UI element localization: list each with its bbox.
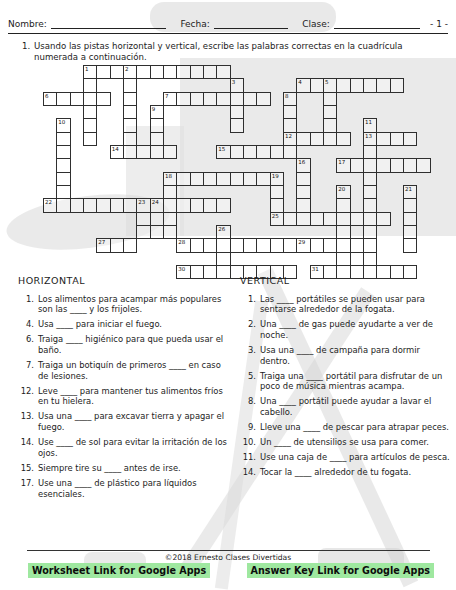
grid-cell[interactable]: 3 <box>230 78 244 92</box>
grid-cell[interactable]: 21 <box>403 185 417 199</box>
grid-cell[interactable]: 9 <box>150 105 164 119</box>
grid-cell[interactable] <box>270 238 284 252</box>
clase-label: Clase: <box>302 19 334 29</box>
grid-cell[interactable] <box>230 118 244 132</box>
grid-cell[interactable] <box>256 92 270 106</box>
grid-cell[interactable] <box>363 225 377 239</box>
grid-cell[interactable] <box>416 158 430 172</box>
clue-text: Use una caja de ____ para artículos de p… <box>260 452 450 463</box>
grid-cell[interactable] <box>363 252 377 266</box>
grid-cell[interactable] <box>163 212 177 226</box>
grid-cell[interactable]: 16 <box>296 158 310 172</box>
clue-number: 6. <box>18 334 38 355</box>
cell-number: 20 <box>338 186 345 192</box>
clue-number: 17. <box>18 478 38 499</box>
clue-item: 14.Use ____ de sol para evitar la irrita… <box>18 437 230 458</box>
grid-cell[interactable] <box>390 132 404 146</box>
worksheet-header: Nombre: Fecha: Clase: - 1 - <box>8 18 448 29</box>
grid-cell[interactable] <box>83 92 97 106</box>
cell-number: 21 <box>405 186 412 192</box>
clue-number: 15. <box>18 463 38 474</box>
grid-cell[interactable] <box>256 172 270 186</box>
grid-cell[interactable] <box>283 145 297 159</box>
nombre-line[interactable] <box>51 18 167 29</box>
grid-cell[interactable] <box>83 132 97 146</box>
grid-cell[interactable] <box>363 212 377 226</box>
clue-text: Usa una ____ de campaña para dormir dent… <box>260 345 450 366</box>
clue-item: 12.Leve ____ para mantener tus alimentos… <box>18 386 230 407</box>
grid-cell[interactable] <box>163 225 177 239</box>
grid-cell[interactable] <box>123 145 137 159</box>
clue-text: Traiga ____ higiénico para que pueda usa… <box>38 334 230 355</box>
clue-number: 14. <box>18 437 38 458</box>
grid-cell[interactable] <box>336 252 350 266</box>
clue-number: 1. <box>18 294 38 315</box>
grid-cell[interactable]: 19 <box>270 172 284 186</box>
grid-cell[interactable] <box>176 172 190 186</box>
clue-text: Tocar la ____ alrededor de tu fogata. <box>260 467 450 478</box>
cell-number: 30 <box>178 266 185 272</box>
cell-number: 8 <box>285 93 289 99</box>
grid-cell[interactable] <box>176 198 190 212</box>
grid-cell[interactable] <box>243 92 257 106</box>
clue-item: 6.Traiga ____ higiénico para que pueda u… <box>18 334 230 355</box>
grid-cell[interactable] <box>363 198 377 212</box>
grid-cell[interactable] <box>336 225 350 239</box>
cell-number: 3 <box>232 79 236 85</box>
grid-cell[interactable]: 1 <box>83 65 97 79</box>
cell-number: 7 <box>165 93 169 99</box>
grid-cell[interactable] <box>150 225 164 239</box>
grid-cell[interactable] <box>230 172 244 186</box>
grid-cell[interactable] <box>203 172 217 186</box>
page-number: - 1 - <box>430 19 448 29</box>
grid-cell[interactable] <box>190 92 204 106</box>
grid-cell[interactable] <box>283 118 297 132</box>
cell-number: 5 <box>325 79 329 85</box>
grid-cell[interactable] <box>230 238 244 252</box>
link-bar: Worksheet Link for Google Apps Answer Ke… <box>28 563 434 578</box>
clue-item: 11.Use una caja de ____ para artículos d… <box>240 452 450 463</box>
grid-cell[interactable] <box>123 198 137 212</box>
grid-cell[interactable] <box>56 185 70 199</box>
grid-cell[interactable]: 25 <box>270 212 284 226</box>
grid-cell[interactable] <box>363 145 377 159</box>
clue-number: 2. <box>240 319 260 340</box>
clue-text: Traiga una ____ portátil para disfrutar … <box>260 371 450 392</box>
grid-cell[interactable] <box>283 105 297 119</box>
grid-cell[interactable] <box>403 158 417 172</box>
grid-cell[interactable] <box>376 212 390 226</box>
grid-cell[interactable] <box>296 198 310 212</box>
cell-number: 6 <box>45 93 49 99</box>
grid-cell[interactable] <box>270 145 284 159</box>
grid-cell[interactable] <box>56 92 70 106</box>
vertical-clues: VERTICAL 1.Las ____ portátiles se pueden… <box>240 276 450 482</box>
grid-cell[interactable] <box>56 132 70 146</box>
grid-cell[interactable] <box>123 118 137 132</box>
clue-number: 10. <box>240 437 260 448</box>
cell-number: 2 <box>125 66 129 72</box>
grid-cell[interactable] <box>350 212 364 226</box>
clue-item: 10.Un ____ de utensilios se usa para com… <box>240 437 450 448</box>
cell-number: 10 <box>58 119 65 125</box>
clue-item: 7.Traiga un botiquín de primeros ____ en… <box>18 360 230 381</box>
nombre-label: Nombre: <box>8 19 51 29</box>
grid-cell[interactable] <box>230 145 244 159</box>
grid-cell[interactable] <box>163 145 177 159</box>
clue-text: Una ____ portátil puede ayudar a lavar e… <box>260 396 450 417</box>
clue-number: 9. <box>240 422 260 433</box>
grid-cell[interactable] <box>110 238 124 252</box>
grid-cell[interactable]: 8 <box>283 92 297 106</box>
grid-cell[interactable] <box>136 212 150 226</box>
grid-cell[interactable] <box>323 105 337 119</box>
clue-item: 8.Una ____ portátil puede ayudar a lavar… <box>240 396 450 417</box>
grid-cell[interactable] <box>336 238 350 252</box>
clue-item: 13.Usa una ____ para excavar tierra y ap… <box>18 411 230 432</box>
clue-text: Las ____ portátiles se pueden usar para … <box>260 294 450 315</box>
grid-cell[interactable]: 4 <box>296 78 310 92</box>
grid-cell[interactable] <box>150 65 164 79</box>
grid-cell[interactable] <box>136 225 150 239</box>
cell-number: 22 <box>45 199 52 205</box>
grid-cell[interactable] <box>350 78 364 92</box>
cell-number: 26 <box>218 226 225 232</box>
clue-number: 1. <box>240 294 260 315</box>
grid-cell[interactable] <box>70 198 84 212</box>
grid-cell[interactable]: 13 <box>363 132 377 146</box>
grid-cell[interactable] <box>243 238 257 252</box>
grid-cell[interactable] <box>190 198 204 212</box>
vertical-clues-title: VERTICAL <box>240 276 450 287</box>
cell-number: 4 <box>298 79 302 85</box>
copyright: ©2018 Ernesto Clases Divertidas <box>0 553 456 562</box>
grid-cell[interactable] <box>296 185 310 199</box>
grid-cell[interactable] <box>123 78 137 92</box>
grid-cell[interactable] <box>176 65 190 79</box>
cell-number: 1 <box>85 66 89 72</box>
clue-number: 13. <box>18 411 38 432</box>
fecha-line[interactable] <box>214 18 288 29</box>
cell-number: 16 <box>298 159 305 165</box>
grid-cell[interactable] <box>110 198 124 212</box>
grid-cell[interactable] <box>363 185 377 199</box>
grid-cell[interactable] <box>56 198 70 212</box>
grid-cell[interactable] <box>243 172 257 186</box>
grid-cell[interactable] <box>110 65 124 79</box>
grid-cell[interactable] <box>336 198 350 212</box>
cell-number: 28 <box>178 239 185 245</box>
grid-cell[interactable] <box>310 132 324 146</box>
horizontal-clues-title: HORIZONTAL <box>18 276 230 287</box>
grid-cell[interactable] <box>56 172 70 186</box>
grid-cell[interactable]: 14 <box>110 145 124 159</box>
grid-cell[interactable] <box>390 158 404 172</box>
clue-item: 17.Use una ____ de plástico para líquido… <box>18 478 230 499</box>
grid-cell[interactable] <box>363 78 377 92</box>
grid-cell[interactable] <box>403 212 417 226</box>
grid-cell[interactable] <box>230 105 244 119</box>
grid-cell[interactable]: 17 <box>336 158 350 172</box>
grid-cell[interactable] <box>350 158 364 172</box>
clue-item: 1.Las ____ portátiles se pueden usar par… <box>240 294 450 315</box>
grid-cell[interactable] <box>336 212 350 226</box>
grid-cell[interactable] <box>123 238 137 252</box>
footer-rule <box>27 550 430 551</box>
clue-text: Un ____ de utensilios se usa para comer. <box>260 437 450 448</box>
grid-cell[interactable] <box>150 145 164 159</box>
clue-text: Lleve una ____ de pescar para atrapar pe… <box>260 422 450 433</box>
grid-cell[interactable] <box>216 92 230 106</box>
grid-cell[interactable]: 20 <box>336 185 350 199</box>
grid-cell[interactable] <box>96 198 110 212</box>
clue-item: 4.Usa ____ para iniciar el fuego. <box>18 319 230 330</box>
grid-cell[interactable] <box>363 172 377 186</box>
clue-item: 2.Una ____ de gas puede ayudarte a ver d… <box>240 319 450 340</box>
clue-item: 1.Los alimentos para acampar más popular… <box>18 294 230 315</box>
grid-cell[interactable] <box>310 238 324 252</box>
grid-cell[interactable] <box>296 172 310 186</box>
header-rule <box>8 33 448 34</box>
clue-item: 5.Traiga una ____ portátil para disfruta… <box>240 371 450 392</box>
grid-cell[interactable]: 23 <box>136 198 150 212</box>
grid-cell[interactable] <box>323 118 337 132</box>
grid-cell[interactable] <box>363 158 377 172</box>
clue-text: Usa una ____ para excavar tierra y apaga… <box>38 411 230 432</box>
grid-cell[interactable]: 10 <box>56 118 70 132</box>
cell-number: 14 <box>112 146 119 152</box>
grid-cell[interactable] <box>190 238 204 252</box>
grid-cell[interactable] <box>336 132 350 146</box>
grid-cell[interactable] <box>403 225 417 239</box>
grid-cell[interactable] <box>136 65 150 79</box>
grid-cell[interactable] <box>203 238 217 252</box>
clue-text: Usa ____ para iniciar el fuego. <box>38 319 230 330</box>
clue-number: 7. <box>18 360 38 381</box>
clue-item: 14.Tocar la ____ alrededor de tu fogata. <box>240 467 450 478</box>
grid-cell[interactable] <box>256 238 270 252</box>
grid-cell[interactable] <box>270 198 284 212</box>
clue-number: 8. <box>240 396 260 417</box>
grid-cell[interactable] <box>256 145 270 159</box>
cell-number: 19 <box>272 173 279 179</box>
clue-text: Use ____ de sol para evitar la irritació… <box>38 437 230 458</box>
grid-cell[interactable] <box>376 78 390 92</box>
cell-number: 27 <box>98 239 105 245</box>
instruction-text: Usando las pistas horizontal y vertical,… <box>34 41 424 63</box>
clue-text: Leve ____ para mantener tus alimentos fr… <box>38 386 230 407</box>
grid-cell[interactable]: 7 <box>163 92 177 106</box>
grid-cell[interactable] <box>83 105 97 119</box>
cell-number: 18 <box>165 173 172 179</box>
grid-cell[interactable]: 2 <box>123 65 137 79</box>
cell-number: 29 <box>298 239 305 245</box>
grid-cell[interactable] <box>323 92 337 106</box>
clase-line[interactable] <box>334 18 420 29</box>
grid-cell[interactable]: 24 <box>150 198 164 212</box>
grid-cell[interactable] <box>390 78 404 92</box>
grid-cell[interactable] <box>323 238 337 252</box>
grid-cell[interactable] <box>203 198 217 212</box>
cell-number: 23 <box>138 199 145 205</box>
clue-text: Traiga un botiquín de primeros ____ en c… <box>38 360 230 381</box>
grid-cell[interactable] <box>203 65 217 79</box>
grid-cell[interactable]: 27 <box>96 238 110 252</box>
grid-cell[interactable] <box>403 132 417 146</box>
grid-cell[interactable] <box>296 132 310 146</box>
clue-item: 9.Lleve una ____ de pescar para atrapar … <box>240 422 450 433</box>
cell-number: 15 <box>218 146 225 152</box>
grid-cell[interactable] <box>56 158 70 172</box>
grid-cell[interactable] <box>190 65 204 79</box>
grid-cell[interactable] <box>190 172 204 186</box>
cell-number: 31 <box>312 266 319 272</box>
clue-number: 5. <box>240 371 260 392</box>
grid-cell[interactable] <box>283 212 297 226</box>
grid-cell[interactable] <box>83 198 97 212</box>
cell-number: 24 <box>152 199 159 205</box>
grid-cell[interactable] <box>163 198 177 212</box>
clue-number: 3. <box>240 345 260 366</box>
grid-cell[interactable] <box>83 118 97 132</box>
clue-item: 15.Siempre tire su ____ antes de irse. <box>18 463 230 474</box>
grid-cell[interactable] <box>203 92 217 106</box>
clue-item: 3.Usa una ____ de campaña para dormir de… <box>240 345 450 366</box>
instruction-number: 1. <box>22 41 34 63</box>
grid-cell[interactable]: 11 <box>363 118 377 132</box>
cell-number: 9 <box>152 106 156 112</box>
grid-cell[interactable]: 12 <box>283 132 297 146</box>
grid-cell[interactable] <box>310 212 324 226</box>
grid-cell[interactable] <box>403 238 417 252</box>
clue-number: 14. <box>240 467 260 478</box>
grid-cell[interactable]: 15 <box>216 145 230 159</box>
grid-cell[interactable] <box>163 65 177 79</box>
fecha-label: Fecha: <box>180 19 213 29</box>
grid-cell[interactable] <box>216 252 230 266</box>
grid-cell[interactable] <box>136 145 150 159</box>
grid-cell[interactable] <box>216 65 230 79</box>
grid-cell[interactable] <box>376 158 390 172</box>
grid-cell[interactable] <box>150 118 164 132</box>
clue-number: 11. <box>240 452 260 463</box>
clue-text: Los alimentos para acampar más populares… <box>38 294 230 315</box>
clue-number: 12. <box>18 386 38 407</box>
grid-cell[interactable] <box>376 132 390 146</box>
grid-cell[interactable]: 28 <box>176 238 190 252</box>
grid-cell[interactable] <box>283 238 297 252</box>
grid-cell[interactable] <box>216 172 230 186</box>
instruction: 1. Usando las pistas horizontal y vertic… <box>22 41 424 63</box>
grid-cell[interactable] <box>163 185 177 199</box>
grid-cell[interactable] <box>403 198 417 212</box>
grid-cell[interactable] <box>123 132 137 146</box>
worksheet-link[interactable]: Worksheet Link for Google Apps <box>28 563 210 578</box>
grid-cell[interactable] <box>56 145 70 159</box>
grid-cell[interactable] <box>96 65 110 79</box>
grid-cell[interactable] <box>310 78 324 92</box>
grid-cell[interactable]: 5 <box>323 78 337 92</box>
grid-cell[interactable] <box>350 238 364 252</box>
grid-cell[interactable] <box>96 92 110 106</box>
grid-cell[interactable]: 26 <box>216 225 230 239</box>
clue-text: Una ____ de gas puede ayudarte a ver de … <box>260 319 450 340</box>
clue-text: Siempre tire su ____ antes de irse. <box>38 463 230 474</box>
grid-cell[interactable]: 29 <box>296 238 310 252</box>
grid-cell[interactable] <box>123 92 137 106</box>
grid-cell[interactable] <box>150 132 164 146</box>
grid-cell[interactable] <box>216 198 230 212</box>
cell-number: 17 <box>338 159 345 165</box>
cell-number: 25 <box>272 213 279 219</box>
grid-cell[interactable] <box>323 132 337 146</box>
grid-cell[interactable]: 18 <box>163 172 177 186</box>
grid-cell[interactable] <box>363 238 377 252</box>
grid-cell[interactable] <box>270 185 284 199</box>
grid-cell[interactable] <box>243 145 257 159</box>
clue-text: Use una ____ de plástico para líquidos e… <box>38 478 230 499</box>
grid-cell[interactable] <box>83 78 97 92</box>
cell-number: 11 <box>365 119 372 125</box>
grid-cell[interactable] <box>123 105 137 119</box>
answer-key-link[interactable]: Answer Key Link for Google Apps <box>247 563 435 578</box>
grid-cell[interactable] <box>323 212 337 226</box>
grid-cell[interactable] <box>336 78 350 92</box>
grid-cell[interactable] <box>296 212 310 226</box>
cell-number: 12 <box>285 133 292 139</box>
grid-cell[interactable] <box>150 212 164 226</box>
horizontal-clues: HORIZONTAL 1.Los alimentos para acampar … <box>18 276 230 504</box>
grid-cell[interactable] <box>176 92 190 106</box>
grid-cell[interactable] <box>230 92 244 106</box>
grid-cell[interactable] <box>216 238 230 252</box>
grid-cell[interactable]: 6 <box>43 92 57 106</box>
clue-number: 4. <box>18 319 38 330</box>
grid-cell[interactable] <box>70 92 84 106</box>
cell-number: 13 <box>365 133 372 139</box>
grid-cell[interactable]: 22 <box>43 198 57 212</box>
